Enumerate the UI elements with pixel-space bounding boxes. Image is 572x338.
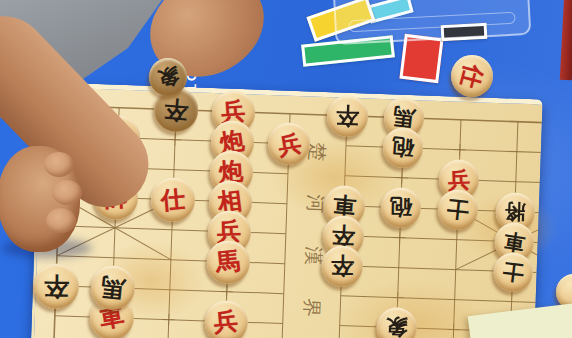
piece-character: 仕 bbox=[458, 62, 486, 90]
piece-character: 兵 bbox=[213, 309, 239, 335]
piece-character: 象 bbox=[385, 316, 408, 338]
piece-black-卒[interactable]: 卒 bbox=[326, 95, 368, 137]
piece-red-馬[interactable]: 馬 bbox=[206, 239, 250, 283]
chair-edge bbox=[560, 0, 572, 80]
piece-character: 將 bbox=[504, 201, 526, 223]
piece-character: 仕 bbox=[160, 187, 186, 213]
piece-character: 馬 bbox=[100, 274, 126, 300]
piece-character: 卒 bbox=[335, 104, 359, 128]
piece-character: 馬 bbox=[392, 105, 417, 130]
piece-character: 兵 bbox=[276, 130, 303, 157]
piece-character: 馬 bbox=[215, 248, 241, 274]
piece-character: 士 bbox=[501, 260, 524, 283]
piece-character: 士 bbox=[446, 198, 470, 222]
piece-character: 兵 bbox=[447, 168, 470, 191]
knuckle bbox=[46, 208, 76, 233]
scene: SPORTS LOTTERY 体育彩票 楚河漢界 兵相炮兵馬炮兵帥仕相兵馬車兵卒… bbox=[0, 0, 572, 338]
piece-character: 卒 bbox=[43, 273, 68, 298]
piece-black-象[interactable]: 象 bbox=[149, 58, 187, 96]
knuckle bbox=[44, 152, 74, 177]
piece-character: 象 bbox=[156, 65, 181, 90]
piece-black-卒[interactable]: 卒 bbox=[321, 244, 363, 286]
piece-character: 卒 bbox=[331, 224, 355, 248]
river-character: 界 bbox=[298, 296, 325, 319]
piece-character: 車 bbox=[502, 230, 526, 254]
piece-black-卒[interactable]: 卒 bbox=[33, 262, 80, 309]
piece-character: 卒 bbox=[330, 254, 353, 277]
piece-red-仕[interactable]: 仕 bbox=[451, 55, 493, 97]
knuckle bbox=[52, 180, 82, 205]
piece-character: 卒 bbox=[163, 97, 189, 123]
piece-black-士[interactable]: 士 bbox=[493, 251, 533, 291]
piece-character: 砲 bbox=[391, 136, 415, 160]
plastic-container-lid[interactable] bbox=[333, 0, 532, 45]
piece-character: 砲 bbox=[390, 196, 412, 218]
plastic-lid-ridge bbox=[348, 12, 515, 33]
piece-character: 車 bbox=[331, 193, 356, 218]
